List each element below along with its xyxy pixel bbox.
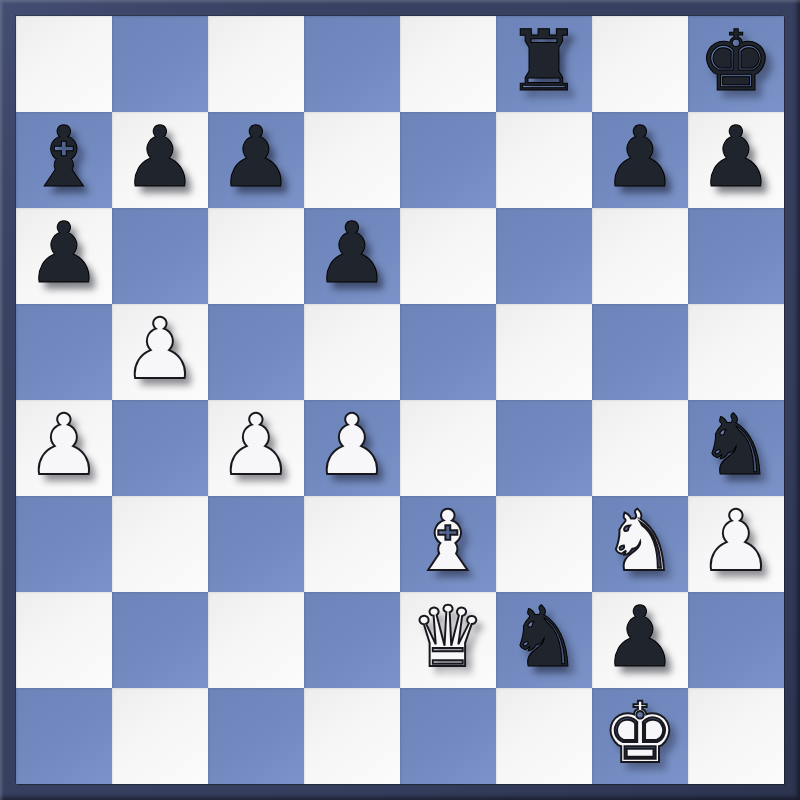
square-h5[interactable] (688, 304, 784, 400)
white-queen-piece[interactable]: ♛ (410, 589, 485, 685)
square-f4[interactable] (496, 400, 592, 496)
square-e8[interactable] (400, 16, 496, 112)
square-g5[interactable] (592, 304, 688, 400)
square-c2[interactable] (208, 592, 304, 688)
square-c8[interactable] (208, 16, 304, 112)
square-b8[interactable] (112, 16, 208, 112)
black-pawn-piece[interactable]: ♟ (602, 589, 677, 685)
square-b3[interactable] (112, 496, 208, 592)
square-f7[interactable] (496, 112, 592, 208)
black-pawn-piece[interactable]: ♟ (602, 109, 677, 205)
square-d7[interactable] (304, 112, 400, 208)
square-c7[interactable]: ♟ (208, 112, 304, 208)
black-pawn-piece[interactable]: ♟ (26, 205, 101, 301)
square-e5[interactable] (400, 304, 496, 400)
black-rook-piece[interactable]: ♜ (506, 13, 581, 109)
square-f3[interactable] (496, 496, 592, 592)
black-pawn-piece[interactable]: ♟ (122, 109, 197, 205)
square-h7[interactable]: ♟ (688, 112, 784, 208)
square-h3[interactable]: ♟ (688, 496, 784, 592)
white-bishop-piece[interactable]: ♝ (410, 493, 485, 589)
square-e1[interactable] (400, 688, 496, 784)
square-b5[interactable]: ♟ (112, 304, 208, 400)
square-a4[interactable]: ♟ (16, 400, 112, 496)
white-pawn-piece[interactable]: ♟ (698, 493, 773, 589)
square-a6[interactable]: ♟ (16, 208, 112, 304)
black-pawn-piece[interactable]: ♟ (218, 109, 293, 205)
square-c1[interactable] (208, 688, 304, 784)
square-f5[interactable] (496, 304, 592, 400)
square-d2[interactable] (304, 592, 400, 688)
square-d1[interactable] (304, 688, 400, 784)
black-pawn-piece[interactable]: ♟ (314, 205, 389, 301)
square-a8[interactable] (16, 16, 112, 112)
square-h6[interactable] (688, 208, 784, 304)
square-e3[interactable]: ♝ (400, 496, 496, 592)
square-d4[interactable]: ♟ (304, 400, 400, 496)
square-e7[interactable] (400, 112, 496, 208)
square-g8[interactable] (592, 16, 688, 112)
square-g3[interactable]: ♞ (592, 496, 688, 592)
black-king-piece[interactable]: ♚ (698, 13, 773, 109)
square-a5[interactable] (16, 304, 112, 400)
white-pawn-piece[interactable]: ♟ (314, 397, 389, 493)
white-pawn-piece[interactable]: ♟ (26, 397, 101, 493)
black-knight-piece[interactable]: ♞ (698, 397, 773, 493)
square-f8[interactable]: ♜ (496, 16, 592, 112)
square-g6[interactable] (592, 208, 688, 304)
square-a1[interactable] (16, 688, 112, 784)
black-knight-piece[interactable]: ♞ (506, 589, 581, 685)
square-e2[interactable]: ♛ (400, 592, 496, 688)
square-d5[interactable] (304, 304, 400, 400)
square-f1[interactable] (496, 688, 592, 784)
square-b4[interactable] (112, 400, 208, 496)
white-king-piece[interactable]: ♚ (602, 685, 677, 781)
square-g4[interactable] (592, 400, 688, 496)
square-d8[interactable] (304, 16, 400, 112)
square-c3[interactable] (208, 496, 304, 592)
square-c4[interactable]: ♟ (208, 400, 304, 496)
white-knight-piece[interactable]: ♞ (602, 493, 677, 589)
white-pawn-piece[interactable]: ♟ (218, 397, 293, 493)
square-g7[interactable]: ♟ (592, 112, 688, 208)
square-a3[interactable] (16, 496, 112, 592)
square-h2[interactable] (688, 592, 784, 688)
square-b2[interactable] (112, 592, 208, 688)
chess-board-frame: ♜♚♝♟♟♟♟♟♟♟♟♟♟♞♝♞♟♛♞♟♚ (0, 0, 800, 800)
square-a7[interactable]: ♝ (16, 112, 112, 208)
square-b1[interactable] (112, 688, 208, 784)
square-h1[interactable] (688, 688, 784, 784)
square-b6[interactable] (112, 208, 208, 304)
square-h4[interactable]: ♞ (688, 400, 784, 496)
square-d3[interactable] (304, 496, 400, 592)
square-e4[interactable] (400, 400, 496, 496)
square-f2[interactable]: ♞ (496, 592, 592, 688)
white-pawn-piece[interactable]: ♟ (122, 301, 197, 397)
square-g2[interactable]: ♟ (592, 592, 688, 688)
square-b7[interactable]: ♟ (112, 112, 208, 208)
square-h8[interactable]: ♚ (688, 16, 784, 112)
black-pawn-piece[interactable]: ♟ (698, 109, 773, 205)
square-d6[interactable]: ♟ (304, 208, 400, 304)
square-c6[interactable] (208, 208, 304, 304)
square-f6[interactable] (496, 208, 592, 304)
chess-board: ♜♚♝♟♟♟♟♟♟♟♟♟♟♞♝♞♟♛♞♟♚ (16, 16, 784, 784)
square-g1[interactable]: ♚ (592, 688, 688, 784)
square-e6[interactable] (400, 208, 496, 304)
square-a2[interactable] (16, 592, 112, 688)
black-bishop-piece[interactable]: ♝ (26, 109, 101, 205)
square-c5[interactable] (208, 304, 304, 400)
